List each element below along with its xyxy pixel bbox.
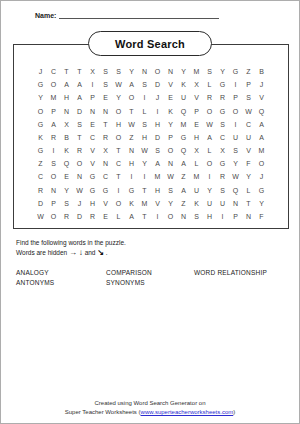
grid-cell: H [203, 210, 216, 223]
grid-cell: O [112, 131, 125, 144]
grid-cell: E [164, 91, 177, 104]
grid-cell: C [86, 131, 99, 144]
footer-close-paren: ) [233, 409, 235, 415]
grid-cell: Z [125, 131, 138, 144]
grid-cell: S [112, 65, 125, 78]
grid-cell: W [125, 118, 138, 131]
grid-cell: J [151, 91, 164, 104]
grid-cell: V [99, 197, 112, 210]
grid-cell: V [151, 197, 164, 210]
grid-cell: C [34, 170, 47, 183]
instruction-line-2: Words are hidden → ↓ and ↘ . [16, 248, 126, 258]
grid-cell: N [138, 65, 151, 78]
grid-cell: Y [255, 197, 268, 210]
grid-cell: G [216, 78, 229, 91]
grid-cell: Y [112, 91, 125, 104]
grid-cell: M [47, 91, 60, 104]
grid-cell: R [216, 170, 229, 183]
grid-cell: Y [242, 170, 255, 183]
grid-cell: K [34, 131, 47, 144]
grid-cell: L [203, 144, 216, 157]
grid-cell: H [151, 184, 164, 197]
grid-cell: D [151, 78, 164, 91]
grid-cell: L [242, 184, 255, 197]
grid-cell: W [34, 210, 47, 223]
title-capsule: Word Search [88, 31, 212, 56]
grid-cell: F [242, 157, 255, 170]
grid-cell: D [151, 131, 164, 144]
grid-cell: I [86, 78, 99, 91]
grid-cell: T [73, 131, 86, 144]
grid-cell: O [112, 197, 125, 210]
grid-cell: K [190, 197, 203, 210]
grid-cell: S [73, 118, 86, 131]
grid-cell: O [47, 170, 60, 183]
grid-cell: T [242, 197, 255, 210]
grid-cell: U [203, 197, 216, 210]
grid-cell: M [177, 118, 190, 131]
grid-cell: N [164, 65, 177, 78]
grid-cell: E [190, 118, 203, 131]
grid-cell: G [216, 157, 229, 170]
grid-cell: K [164, 105, 177, 118]
grid-cell: F [255, 210, 268, 223]
grid-cell: S [99, 65, 112, 78]
grid-cell: O [164, 144, 177, 157]
grid-cell: R [73, 144, 86, 157]
grid-cell: T [138, 210, 151, 223]
arrow-right-icon: → [69, 248, 77, 257]
grid-cell: O [151, 65, 164, 78]
name-blank-line[interactable] [59, 10, 219, 19]
grid-cell: J [73, 197, 86, 210]
grid-cell: A [255, 118, 268, 131]
grid-cell: Y [164, 197, 177, 210]
grid-cell: L [138, 105, 151, 118]
grid-cell: S [190, 210, 203, 223]
grid-cell: S [99, 78, 112, 91]
grid-cell: G [34, 78, 47, 91]
grid-cell: H [86, 197, 99, 210]
grid-cell: J [34, 65, 47, 78]
grid-cell: C [216, 131, 229, 144]
grid-cell: H [125, 157, 138, 170]
grid-cell: C [242, 118, 255, 131]
grid-cell: S [138, 118, 151, 131]
grid-cell: R [216, 91, 229, 104]
grid-cell: Y [138, 157, 151, 170]
grid-cell: I [151, 210, 164, 223]
grid-cell: K [125, 197, 138, 210]
grid-cell: A [203, 131, 216, 144]
grid-cell: J [255, 170, 268, 183]
grid-cell: I [47, 144, 60, 157]
grid-cell: N [60, 105, 73, 118]
grid-cell: R [86, 210, 99, 223]
grid-cell: Q [60, 157, 73, 170]
grid-cell: S [242, 91, 255, 104]
grid-cell: M [190, 170, 203, 183]
arrow-down-icon: ↓ [79, 248, 83, 257]
grid-cell: U [190, 184, 203, 197]
grid-cell: I [203, 170, 216, 183]
word-list-item: COMPARISON [106, 269, 194, 276]
grid-cell: P [164, 131, 177, 144]
grid-cell: P [229, 91, 242, 104]
grid-cell: B [60, 131, 73, 144]
grid-cell: I [229, 118, 242, 131]
grid-cell: O [164, 210, 177, 223]
grid-cell: Q [177, 144, 190, 157]
grid-cell: K [60, 144, 73, 157]
grid-cell: X [190, 144, 203, 157]
grid-cell: Y [216, 65, 229, 78]
grid-cell: Q [177, 105, 190, 118]
grid-cell: T [112, 144, 125, 157]
name-row: Name: [35, 10, 219, 19]
grid-cell: W [164, 170, 177, 183]
word-list-item: SYNONYMS [106, 279, 194, 286]
grid-cell: A [47, 118, 60, 131]
grid-cell: T [112, 170, 125, 183]
instruction-period: . [106, 249, 108, 256]
grid-cell: H [112, 118, 125, 131]
grid-cell: X [216, 144, 229, 157]
grid-cell: O [229, 105, 242, 118]
grid-cell: A [151, 157, 164, 170]
grid-cell: C [99, 170, 112, 183]
grid-cell: S [203, 65, 216, 78]
grid-cell: L [112, 210, 125, 223]
grid-cell: W [138, 144, 151, 157]
grid-cell: G [229, 65, 242, 78]
grid-cell: N [99, 157, 112, 170]
grid-cell: B [255, 65, 268, 78]
grid-cell: A [255, 131, 268, 144]
grid-cell: V [86, 144, 99, 157]
grid-cell: H [190, 131, 203, 144]
grid-cell: E [86, 118, 99, 131]
grid-cell: S [151, 144, 164, 157]
word-search-grid: JCTTXSSYNONYMSYGZBGOAAISWASDVKXLGIPJYMHA… [34, 65, 268, 223]
grid-cell: O [73, 157, 86, 170]
grid-cell: A [177, 157, 190, 170]
grid-cell: S [60, 197, 73, 210]
grid-cell: N [86, 105, 99, 118]
grid-cell: R [60, 210, 73, 223]
grid-cell: D [34, 197, 47, 210]
grid-cell: M [138, 197, 151, 210]
footer-site-text: Super Teacher Worksheets ( [65, 409, 141, 415]
grid-cell: E [60, 170, 73, 183]
grid-cell: H [151, 118, 164, 131]
grid-cell: O [255, 157, 268, 170]
grid-cell: N [125, 144, 138, 157]
grid-cell: C [47, 65, 60, 78]
grid-cell: Y [34, 91, 47, 104]
grid-cell: S [138, 78, 151, 91]
grid-cell: Z [177, 170, 190, 183]
word-list: ANALOGYCOMPARISONWORD RELATIONSHIPANTONY… [16, 269, 288, 286]
grid-cell: V [164, 78, 177, 91]
grid-cell: T [73, 65, 86, 78]
grid-cell: D [73, 105, 86, 118]
instruction-and-text: and [85, 249, 96, 256]
footer-link[interactable]: www.superteacherworksheets.com [141, 409, 234, 415]
grid-cell: A [73, 78, 86, 91]
grid-cell: Y [177, 65, 190, 78]
footer-line-1: Created using Word Search Generator on [1, 399, 299, 408]
grid-cell: Y [60, 184, 73, 197]
word-list-item: WORD RELATIONSHIP [194, 269, 288, 276]
grid-cell: O [34, 105, 47, 118]
grid-cell: M [255, 144, 268, 157]
grid-cell: D [73, 210, 86, 223]
grid-cell: I [138, 170, 151, 183]
grid-cell: L [190, 157, 203, 170]
grid-cell: O [47, 78, 60, 91]
puzzle-box: JCTTXSSYNONYMSYGZBGOAAISWASDVKXLGIPJYMHA… [13, 44, 289, 229]
grid-cell: Q [255, 105, 268, 118]
grid-cell: U [242, 131, 255, 144]
grid-cell: N [73, 170, 86, 183]
grid-cell: G [86, 184, 99, 197]
grid-cell: W [112, 78, 125, 91]
grid-cell: Z [242, 65, 255, 78]
grid-cell: I [151, 105, 164, 118]
instruction-line-1: Find the following words in the puzzle. [16, 238, 126, 248]
grid-cell: U [177, 91, 190, 104]
grid-cell: N [47, 184, 60, 197]
grid-cell: N [99, 105, 112, 118]
grid-cell: S [47, 157, 60, 170]
grid-cell: T [99, 118, 112, 131]
grid-cell: E [99, 91, 112, 104]
grid-cell: X [190, 78, 203, 91]
grid-cell: A [125, 78, 138, 91]
grid-cell: S [164, 184, 177, 197]
grid-cell: R [47, 131, 60, 144]
grid-cell: I [138, 91, 151, 104]
grid-cell: N [164, 157, 177, 170]
instruction-line-2-prefix: Words are hidden [16, 249, 67, 256]
grid-cell: V [190, 91, 203, 104]
grid-cell: C [112, 157, 125, 170]
grid-cell: E [99, 210, 112, 223]
worksheet-page: { "game": "word_search", "title": "Word … [0, 0, 300, 424]
grid-cell: R [203, 91, 216, 104]
grid-cell: N [229, 197, 242, 210]
grid-cell: N [177, 210, 190, 223]
grid-cell: O [112, 105, 125, 118]
grid-cell: W [203, 118, 216, 131]
grid-cell: O [47, 210, 60, 223]
footer: Created using Word Search Generator on S… [1, 399, 299, 417]
grid-cell: O [203, 105, 216, 118]
grid-cell: G [86, 170, 99, 183]
grid-cell: N [242, 210, 255, 223]
grid-cell: U [229, 131, 242, 144]
grid-cell: G [255, 184, 268, 197]
grid-cell: P [47, 197, 60, 210]
grid-cell: G [177, 131, 190, 144]
grid-cell: T [125, 105, 138, 118]
grid-cell: O [125, 91, 138, 104]
grid-cell: G [34, 144, 47, 157]
grid-cell: T [138, 184, 151, 197]
grid-cell: Y [229, 157, 242, 170]
grid-cell: U [216, 197, 229, 210]
grid-cell: A [177, 184, 190, 197]
grid-cell: P [242, 78, 255, 91]
instructions: Find the following words in the puzzle. … [16, 238, 126, 258]
grid-cell: X [86, 65, 99, 78]
grid-cell: W [229, 170, 242, 183]
grid-cell: Z [34, 157, 47, 170]
grid-cell: G [125, 184, 138, 197]
grid-cell: M [190, 65, 203, 78]
grid-cell: P [229, 210, 242, 223]
grid-cell: J [255, 78, 268, 91]
grid-cell: H [138, 131, 151, 144]
page-title: Word Search [115, 38, 185, 50]
grid-cell: S [216, 184, 229, 197]
grid-cell: Q [229, 184, 242, 197]
grid-cell: R [34, 184, 47, 197]
grid-cell: Y [125, 65, 138, 78]
grid-cell: I [125, 170, 138, 183]
grid-cell: A [60, 78, 73, 91]
grid-cell: A [73, 91, 86, 104]
grid-cell: Y [164, 118, 177, 131]
grid-cell: G [34, 118, 47, 131]
grid-cell: G [99, 184, 112, 197]
grid-cell: P [47, 105, 60, 118]
grid-cell: H [60, 91, 73, 104]
grid-cell: L [203, 78, 216, 91]
grid-cell: V [86, 157, 99, 170]
word-list-item: ANALOGY [16, 269, 106, 276]
grid-cell: W [242, 105, 255, 118]
word-list-item: ANTONYMS [16, 279, 106, 286]
grid-cell: A [125, 210, 138, 223]
grid-cell: P [86, 91, 99, 104]
grid-cell: Y [203, 184, 216, 197]
grid-cell: M [151, 170, 164, 183]
name-label: Name: [35, 12, 56, 19]
grid-cell: I [112, 184, 125, 197]
footer-line-2: Super Teacher Worksheets (www.superteach… [1, 408, 299, 417]
grid-cell: X [60, 118, 73, 131]
grid-cell: I [216, 210, 229, 223]
grid-cell: W [73, 184, 86, 197]
grid-cell: X [99, 144, 112, 157]
grid-cell: I [229, 78, 242, 91]
grid-cell: S [216, 118, 229, 131]
grid-cell: P [190, 105, 203, 118]
arrow-diagonal-icon: ↘ [97, 248, 104, 257]
grid-cell: Z [177, 197, 190, 210]
grid-cell: T [60, 65, 73, 78]
grid-cell: O [203, 157, 216, 170]
grid-cell: V [255, 91, 268, 104]
grid-cell: G [216, 105, 229, 118]
grid-cell: S [229, 144, 242, 157]
grid-cell: K [177, 78, 190, 91]
grid-cell: V [242, 144, 255, 157]
grid-cell: R [99, 131, 112, 144]
